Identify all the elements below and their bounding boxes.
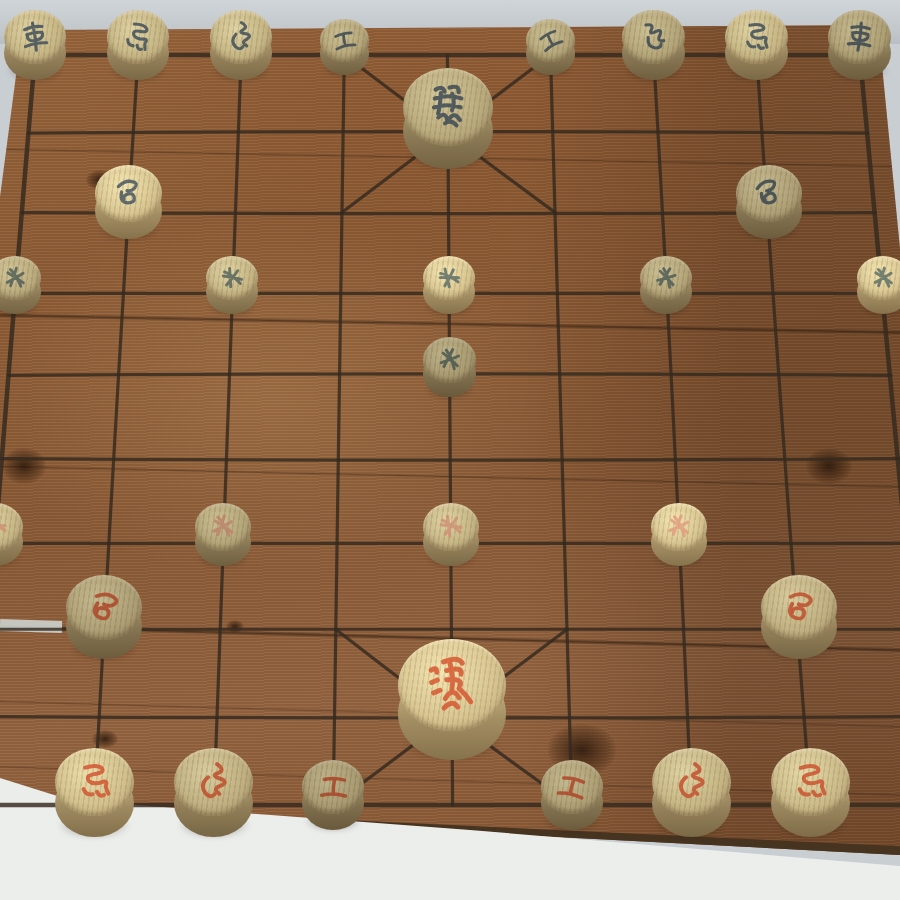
piece-cho-soldier[interactable] (640, 256, 692, 314)
piece-han-soldier[interactable] (651, 503, 707, 566)
piece-han-general[interactable] (398, 639, 506, 760)
piece-cho-elephant[interactable] (622, 10, 685, 80)
piece-cho-chariot[interactable] (4, 10, 67, 80)
piece-cho-chariot[interactable] (828, 10, 891, 80)
piece-han-soldier[interactable] (423, 503, 479, 566)
piece-han-horse[interactable] (771, 748, 850, 837)
piece-cho-soldier[interactable] (423, 256, 475, 314)
piece-han-horse[interactable] (55, 748, 134, 837)
piece-cho-general[interactable] (403, 68, 493, 169)
piece-han-guard[interactable] (302, 760, 364, 830)
piece-han-guard[interactable] (541, 760, 603, 830)
piece-cho-soldier[interactable] (0, 256, 41, 314)
piece-han-cannon[interactable] (761, 575, 837, 660)
piece-cho-elephant[interactable] (210, 10, 273, 80)
piece-cho-cannon[interactable] (95, 165, 161, 239)
piece-cho-soldier[interactable] (857, 256, 900, 314)
piece-cho-guard[interactable] (320, 19, 369, 74)
piece-cho-horse[interactable] (725, 10, 788, 80)
piece-han-elephant[interactable] (174, 748, 253, 837)
piece-cho-guard[interactable] (526, 19, 575, 74)
piece-han-soldier[interactable] (195, 503, 251, 566)
piece-han-elephant[interactable] (652, 748, 731, 837)
piece-cho-cannon[interactable] (736, 165, 802, 239)
pieces-layer (0, 0, 900, 900)
piece-cho-soldier[interactable] (423, 337, 476, 396)
piece-cho-horse[interactable] (107, 10, 170, 80)
piece-han-soldier[interactable] (0, 503, 23, 566)
piece-cho-soldier[interactable] (206, 256, 258, 314)
piece-han-cannon[interactable] (66, 575, 142, 660)
photo-scene (0, 0, 900, 900)
